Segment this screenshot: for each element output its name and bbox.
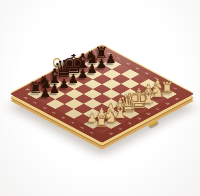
chessboard: HGFEDCBA HGFEDCBA 87654321 87654321 [10,45,194,142]
chess-set-scene: HGFEDCBA HGFEDCBA 87654321 87654321 ♜♞♝♛… [0,0,200,196]
brass-clasp-icon [147,119,158,128]
product-photo-background: HGFEDCBA HGFEDCBA 87654321 87654321 ♜♞♝♛… [0,0,200,196]
hinge-ring-icon [53,58,61,67]
